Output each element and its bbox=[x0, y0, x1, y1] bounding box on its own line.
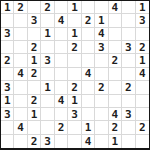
grid-cell[interactable] bbox=[28, 121, 41, 134]
grid-cell[interactable] bbox=[55, 28, 68, 41]
grid-cell[interactable] bbox=[14, 41, 27, 54]
grid-cell-clue: 1 bbox=[95, 14, 108, 27]
grid-cell[interactable] bbox=[95, 1, 108, 14]
grid-cell[interactable] bbox=[41, 68, 54, 81]
grid-cell-clue: 3 bbox=[122, 41, 135, 54]
grid-cell-clue: 1 bbox=[1, 1, 14, 14]
grid-cell-clue: 3 bbox=[122, 108, 135, 121]
grid-cell-clue: 4 bbox=[14, 68, 27, 81]
grid-cell[interactable] bbox=[136, 95, 149, 108]
grid-cell-clue: 2 bbox=[68, 81, 81, 94]
grid-cell[interactable] bbox=[14, 14, 27, 27]
grid-cell-clue: 3 bbox=[41, 135, 54, 148]
grid-cell-clue: 2 bbox=[136, 41, 149, 54]
grid-cell[interactable] bbox=[55, 1, 68, 14]
puzzle-board: 1221413421331142233221321424431222124131… bbox=[0, 0, 150, 150]
grid-cell[interactable] bbox=[14, 54, 27, 67]
grid-cell[interactable] bbox=[68, 121, 81, 134]
grid-cell[interactable] bbox=[1, 14, 14, 27]
grid-cell-clue: 2 bbox=[55, 121, 68, 134]
grid-cell-clue: 3 bbox=[136, 14, 149, 27]
grid-cell-clue: 4 bbox=[82, 68, 95, 81]
grid-cell-clue: 4 bbox=[82, 135, 95, 148]
grid-cell-clue: 2 bbox=[28, 68, 41, 81]
grid-cell-clue: 4 bbox=[109, 1, 122, 14]
grid-cell-clue: 3 bbox=[1, 81, 14, 94]
grid-cell[interactable] bbox=[55, 108, 68, 121]
grid-cell[interactable] bbox=[122, 14, 135, 27]
grid-cell[interactable] bbox=[41, 108, 54, 121]
grid-cell[interactable] bbox=[14, 135, 27, 148]
grid-cell[interactable] bbox=[14, 108, 27, 121]
grid-cell-clue: 4 bbox=[55, 95, 68, 108]
grid-cell[interactable] bbox=[122, 135, 135, 148]
grid-cell-clue: 1 bbox=[41, 28, 54, 41]
grid-cell[interactable] bbox=[1, 135, 14, 148]
grid-cell[interactable] bbox=[122, 121, 135, 134]
grid-cell-clue: 1 bbox=[109, 135, 122, 148]
grid-cell[interactable] bbox=[41, 41, 54, 54]
grid-cell-clue: 1 bbox=[41, 81, 54, 94]
grid-cell-clue: 4 bbox=[55, 14, 68, 27]
grid-cell[interactable] bbox=[122, 1, 135, 14]
grid-cell[interactable] bbox=[55, 135, 68, 148]
grid-cell-clue: 3 bbox=[1, 28, 14, 41]
grid-cell[interactable] bbox=[95, 54, 108, 67]
grid-cell[interactable] bbox=[82, 95, 95, 108]
grid-cell-clue: 2 bbox=[68, 41, 81, 54]
grid-cell[interactable] bbox=[14, 28, 27, 41]
grid-cell[interactable] bbox=[82, 81, 95, 94]
grid-cell-clue: 2 bbox=[109, 54, 122, 67]
grid-cell-clue: 4 bbox=[136, 68, 149, 81]
grid-cell[interactable] bbox=[55, 41, 68, 54]
grid-cell[interactable] bbox=[82, 41, 95, 54]
grid-cell-clue: 1 bbox=[28, 108, 41, 121]
grid-cell-clue: 1 bbox=[82, 121, 95, 134]
grid-cell-clue: 1 bbox=[68, 95, 81, 108]
grid-cell-clue: 2 bbox=[122, 81, 135, 94]
grid-cell-clue: 1 bbox=[68, 28, 81, 41]
grid-cell-clue: 4 bbox=[109, 108, 122, 121]
grid-cell-clue: 1 bbox=[136, 54, 149, 67]
grid-cell-clue: 3 bbox=[41, 54, 54, 67]
grid-cell[interactable] bbox=[14, 81, 27, 94]
grid-cell[interactable] bbox=[136, 135, 149, 148]
grid-cell-clue: 2 bbox=[1, 54, 14, 67]
grid-cell[interactable] bbox=[41, 14, 54, 27]
grid-cell[interactable] bbox=[55, 81, 68, 94]
grid-cell[interactable] bbox=[82, 108, 95, 121]
grid-cell[interactable] bbox=[82, 54, 95, 67]
grid-cell[interactable] bbox=[136, 81, 149, 94]
grid-cell[interactable] bbox=[109, 68, 122, 81]
grid-cell-clue: 3 bbox=[95, 41, 108, 54]
grid-cell-clue: 2 bbox=[28, 135, 41, 148]
grid-cell[interactable] bbox=[122, 28, 135, 41]
grid-cell-clue: 2 bbox=[136, 121, 149, 134]
grid-cell[interactable] bbox=[1, 121, 14, 134]
grid-cell[interactable] bbox=[68, 14, 81, 27]
grid-cell[interactable] bbox=[1, 68, 14, 81]
grid-cell-clue: 2 bbox=[82, 14, 95, 27]
grid-cell-clue: 1 bbox=[28, 54, 41, 67]
grid-cell[interactable] bbox=[41, 95, 54, 108]
grid-cell-clue: 1 bbox=[1, 95, 14, 108]
grid-cell[interactable] bbox=[109, 41, 122, 54]
grid-cell[interactable] bbox=[136, 28, 149, 41]
grid-cell-clue: 2 bbox=[109, 121, 122, 134]
grid-cell[interactable] bbox=[109, 81, 122, 94]
grid-cell[interactable] bbox=[95, 68, 108, 81]
grid-cell[interactable] bbox=[109, 95, 122, 108]
grid-cell-clue: 1 bbox=[136, 1, 149, 14]
grid-cell[interactable] bbox=[95, 95, 108, 108]
grid-cell-clue: 4 bbox=[95, 28, 108, 41]
grid-cell[interactable] bbox=[82, 1, 95, 14]
grid-cell[interactable] bbox=[68, 68, 81, 81]
grid-cell[interactable] bbox=[55, 68, 68, 81]
grid-cell[interactable] bbox=[95, 135, 108, 148]
grid-cell-clue: 2 bbox=[95, 81, 108, 94]
grid-cell[interactable] bbox=[28, 28, 41, 41]
grid-cell-clue: 3 bbox=[68, 108, 81, 121]
grid-cell-clue: 4 bbox=[14, 121, 27, 134]
grid-cell[interactable] bbox=[95, 108, 108, 121]
grid-cell[interactable] bbox=[136, 108, 149, 121]
grid-cell[interactable] bbox=[28, 81, 41, 94]
grid-cell-clue: 2 bbox=[28, 95, 41, 108]
grid-cell-clue: 1 bbox=[68, 1, 81, 14]
grid-cell[interactable] bbox=[95, 121, 108, 134]
grid-cell-clue: 3 bbox=[28, 14, 41, 27]
grid-cell-clue: 3 bbox=[1, 108, 14, 121]
grid-cell[interactable] bbox=[109, 14, 122, 27]
grid-cell[interactable] bbox=[14, 95, 27, 108]
grid-cell[interactable] bbox=[28, 1, 41, 14]
grid-cell-clue: 2 bbox=[14, 1, 27, 14]
grid-cell[interactable] bbox=[1, 41, 14, 54]
grid-cell[interactable] bbox=[68, 54, 81, 67]
grid-cell-clue: 2 bbox=[28, 41, 41, 54]
grid-cell-clue: 2 bbox=[41, 1, 54, 14]
grid-cell[interactable] bbox=[122, 54, 135, 67]
grid-cell[interactable] bbox=[68, 135, 81, 148]
grid-cell[interactable] bbox=[109, 28, 122, 41]
grid-cell[interactable] bbox=[122, 68, 135, 81]
grid-cell[interactable] bbox=[82, 28, 95, 41]
grid-cell[interactable] bbox=[122, 95, 135, 108]
grid-cell[interactable] bbox=[55, 54, 68, 67]
grid-cell[interactable] bbox=[41, 121, 54, 134]
